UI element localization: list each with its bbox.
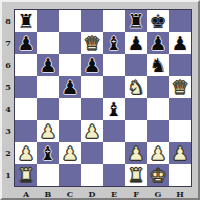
file-label-a: A: [15, 189, 37, 199]
square-b2[interactable]: ♝: [37, 142, 59, 164]
square-h2[interactable]: ♟: [169, 142, 191, 164]
rank-label-3: 3: [3, 120, 13, 142]
file-label-c: C: [59, 189, 81, 199]
piece-white-queen-d7[interactable]: ♛: [81, 32, 103, 54]
square-c1[interactable]: [59, 164, 81, 186]
square-e6[interactable]: [103, 54, 125, 76]
square-d2[interactable]: [81, 142, 103, 164]
piece-black-pawn-g7[interactable]: ♟: [147, 32, 169, 54]
square-e4[interactable]: ♝: [103, 98, 125, 120]
square-h1[interactable]: [169, 164, 191, 186]
piece-black-pawn-b6[interactable]: ♟: [37, 54, 59, 76]
square-f3[interactable]: [125, 120, 147, 142]
square-h4[interactable]: [169, 98, 191, 120]
square-e8[interactable]: [103, 10, 125, 32]
square-g1[interactable]: ♚: [147, 164, 169, 186]
piece-white-king-g1[interactable]: ♚: [147, 164, 169, 186]
piece-white-pawn-g2[interactable]: ♟: [147, 142, 169, 164]
square-d5[interactable]: [81, 76, 103, 98]
square-b6[interactable]: ♟: [37, 54, 59, 76]
square-a7[interactable]: ♟: [15, 32, 37, 54]
square-d1[interactable]: [81, 164, 103, 186]
square-b8[interactable]: [37, 10, 59, 32]
square-b1[interactable]: [37, 164, 59, 186]
square-c6[interactable]: [59, 54, 81, 76]
square-c5[interactable]: ♟: [59, 76, 81, 98]
square-e3[interactable]: [103, 120, 125, 142]
piece-white-pawn-d3[interactable]: ♟: [81, 120, 103, 142]
piece-white-pawn-f2[interactable]: ♟: [125, 142, 147, 164]
square-e7[interactable]: ♝: [103, 32, 125, 54]
square-b5[interactable]: [37, 76, 59, 98]
piece-black-knight-g6[interactable]: ♞: [147, 54, 169, 76]
square-d3[interactable]: ♟: [81, 120, 103, 142]
file-label-d: D: [81, 189, 103, 199]
rank-label-8: 8: [3, 10, 13, 32]
rank-label-2: 2: [3, 142, 13, 164]
piece-black-pawn-a7[interactable]: ♟: [15, 32, 37, 54]
square-e5[interactable]: [103, 76, 125, 98]
file-label-h: H: [169, 189, 191, 199]
piece-black-bishop-e7[interactable]: ♝: [103, 32, 125, 54]
square-e2[interactable]: [103, 142, 125, 164]
square-g2[interactable]: ♟: [147, 142, 169, 164]
piece-black-pawn-c5[interactable]: ♟: [59, 76, 81, 98]
square-d4[interactable]: [81, 98, 103, 120]
square-d6[interactable]: ♟: [81, 54, 103, 76]
square-f6[interactable]: [125, 54, 147, 76]
square-a5[interactable]: [15, 76, 37, 98]
square-b3[interactable]: ♟: [37, 120, 59, 142]
square-g6[interactable]: ♞: [147, 54, 169, 76]
square-a3[interactable]: [15, 120, 37, 142]
square-h6[interactable]: [169, 54, 191, 76]
piece-black-pawn-d6[interactable]: ♟: [81, 54, 103, 76]
square-h5[interactable]: ♛: [169, 76, 191, 98]
file-label-e: E: [103, 189, 125, 199]
piece-black-rook-f8[interactable]: ♜: [125, 10, 147, 32]
square-h3[interactable]: [169, 120, 191, 142]
rank-label-6: 6: [3, 54, 13, 76]
file-label-f: F: [125, 189, 147, 199]
square-b4[interactable]: [37, 98, 59, 120]
square-h8[interactable]: [169, 10, 191, 32]
square-d8[interactable]: [81, 10, 103, 32]
piece-white-pawn-c2[interactable]: ♟: [59, 142, 81, 164]
square-f1[interactable]: ♜: [125, 164, 147, 186]
square-a2[interactable]: ♟: [15, 142, 37, 164]
piece-white-pawn-h2[interactable]: ♟: [169, 142, 191, 164]
piece-white-rook-a1[interactable]: ♜: [15, 164, 37, 186]
square-a4[interactable]: [15, 98, 37, 120]
rank-label-1: 1: [3, 164, 13, 186]
square-e1[interactable]: [103, 164, 125, 186]
file-label-b: B: [37, 189, 59, 199]
rank-label-7: 7: [3, 32, 13, 54]
square-f4[interactable]: [125, 98, 147, 120]
square-c4[interactable]: [59, 98, 81, 120]
piece-white-knight-f5[interactable]: ♞: [125, 76, 147, 98]
square-c8[interactable]: [59, 10, 81, 32]
square-f5[interactable]: ♞: [125, 76, 147, 98]
piece-white-rook-f1[interactable]: ♜: [125, 164, 147, 186]
square-c7[interactable]: [59, 32, 81, 54]
square-g8[interactable]: ♚: [147, 10, 169, 32]
chess-board-window: ♜♜♚♟♛♝♟♟♟♟♟♞♟♞♛♝♟♟♟♝♟♟♟♟♜♜♚ 87654321 ABC…: [0, 0, 200, 200]
piece-black-rook-a8[interactable]: ♜: [15, 10, 37, 32]
square-f2[interactable]: ♟: [125, 142, 147, 164]
square-c2[interactable]: ♟: [59, 142, 81, 164]
piece-black-pawn-f7[interactable]: ♟: [125, 32, 147, 54]
piece-black-bishop-e4[interactable]: ♝: [103, 98, 125, 120]
square-a1[interactable]: ♜: [15, 164, 37, 186]
square-g5[interactable]: [147, 76, 169, 98]
square-c3[interactable]: [59, 120, 81, 142]
chess-board: ♜♜♚♟♛♝♟♟♟♟♟♞♟♞♛♝♟♟♟♝♟♟♟♟♜♜♚: [14, 9, 192, 187]
piece-white-pawn-a2[interactable]: ♟: [15, 142, 37, 164]
square-f8[interactable]: ♜: [125, 10, 147, 32]
square-a8[interactable]: ♜: [15, 10, 37, 32]
square-h7[interactable]: ♟: [169, 32, 191, 54]
piece-white-pawn-b3[interactable]: ♟: [37, 120, 59, 142]
square-f7[interactable]: ♟: [125, 32, 147, 54]
rank-label-5: 5: [3, 76, 13, 98]
piece-black-pawn-h7[interactable]: ♟: [169, 32, 191, 54]
square-a6[interactable]: [15, 54, 37, 76]
square-g4[interactable]: [147, 98, 169, 120]
piece-black-bishop-b2[interactable]: ♝: [37, 142, 59, 164]
file-label-g: G: [147, 189, 169, 199]
square-g7[interactable]: ♟: [147, 32, 169, 54]
square-d7[interactable]: ♛: [81, 32, 103, 54]
piece-white-queen-h5[interactable]: ♛: [169, 76, 191, 98]
square-g3[interactable]: [147, 120, 169, 142]
piece-black-king-g8[interactable]: ♚: [147, 10, 169, 32]
rank-label-4: 4: [3, 98, 13, 120]
square-b7[interactable]: [37, 32, 59, 54]
